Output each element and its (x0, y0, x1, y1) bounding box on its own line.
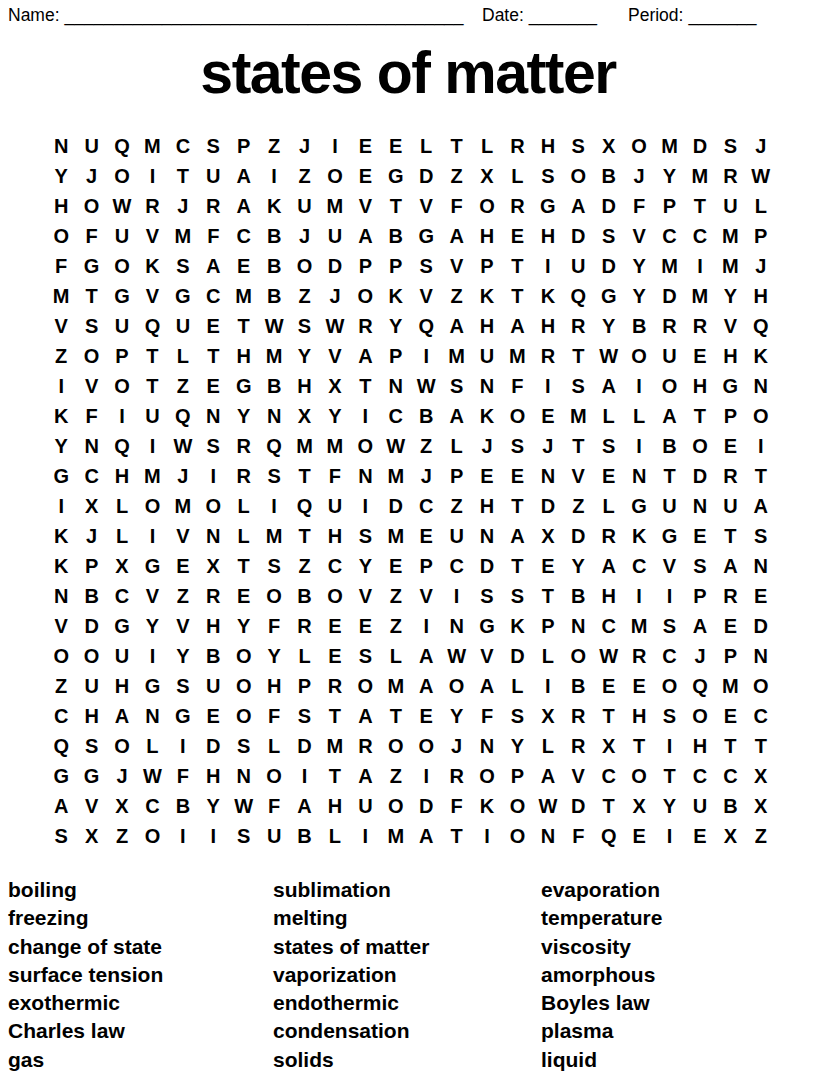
grid-cell-r6-c18: Q (563, 281, 593, 311)
grid-cell-r7-c17: H (533, 311, 563, 341)
grid-cell-r18-c8: Y (259, 641, 289, 671)
grid-cell-r3-c17: G (533, 191, 563, 221)
grid-cell-r18-c16: D (502, 641, 532, 671)
grid-cell-r23-c18: D (563, 791, 593, 821)
grid-cell-r23-c15: K (472, 791, 502, 821)
grid-cell-r12-c3: H (107, 461, 137, 491)
grid-cell-r11-c24: I (746, 431, 776, 461)
grid-cell-r19-c18: B (563, 671, 593, 701)
grid-cell-r1-c19: X (593, 131, 623, 161)
grid-cell-r21-c1: Q (46, 731, 76, 761)
grid-cell-r24-c1: S (46, 821, 76, 851)
grid-cell-r16-c2: B (76, 581, 106, 611)
grid-cell-r16-c10: O (320, 581, 350, 611)
grid-cell-r2-c24: W (746, 161, 776, 191)
grid-cell-r16-c6: R (198, 581, 228, 611)
grid-cell-r9-c14: S (441, 371, 471, 401)
grid-cell-r22-c14: R (441, 761, 471, 791)
grid-cell-r6-c23: Y (715, 281, 745, 311)
grid-cell-r7-c9: S (289, 311, 319, 341)
word-item: change of state (8, 933, 163, 961)
grid-cell-r8-c23: H (715, 341, 745, 371)
grid-cell-r9-c17: I (533, 371, 563, 401)
grid-cell-r15-c21: V (654, 551, 684, 581)
grid-cell-r7-c13: Q (411, 311, 441, 341)
grid-cell-r2-c23: R (715, 161, 745, 191)
grid-cell-r11-c11: O (350, 431, 380, 461)
grid-cell-r11-c23: E (715, 431, 745, 461)
grid-cell-r8-c18: T (563, 341, 593, 371)
grid-cell-r22-c21: T (654, 761, 684, 791)
grid-cell-r22-c3: J (107, 761, 137, 791)
grid-cell-r11-c15: J (472, 431, 502, 461)
grid-cell-r4-c3: U (107, 221, 137, 251)
grid-cell-r6-c13: V (411, 281, 441, 311)
grid-cell-r5-c6: A (198, 251, 228, 281)
grid-cell-r19-c3: H (107, 671, 137, 701)
grid-cell-r13-c9: Q (289, 491, 319, 521)
grid-cell-r7-c18: R (563, 311, 593, 341)
grid-cell-r15-c16: T (502, 551, 532, 581)
grid-cell-r18-c12: L (381, 641, 411, 671)
grid-cell-r5-c5: S (168, 251, 198, 281)
grid-cell-r13-c7: L (228, 491, 258, 521)
grid-cell-r7-c12: Y (381, 311, 411, 341)
grid-cell-r18-c15: V (472, 641, 502, 671)
grid-cell-r18-c23: P (715, 641, 745, 671)
grid-cell-r17-c20: M (624, 611, 654, 641)
word-item: sublimation (273, 876, 429, 904)
grid-cell-r17-c11: E (350, 611, 380, 641)
grid-cell-r24-c8: U (259, 821, 289, 851)
grid-cell-r19-c21: O (654, 671, 684, 701)
grid-cell-r16-c14: I (441, 581, 471, 611)
grid-cell-r7-c16: A (502, 311, 532, 341)
grid-cell-r20-c10: T (320, 701, 350, 731)
word-list-column-2: sublimationmeltingstates of mattervapori… (273, 876, 429, 1074)
grid-cell-r16-c9: B (289, 581, 319, 611)
grid-cell-r16-c8: O (259, 581, 289, 611)
grid-cell-r15-c11: Y (350, 551, 380, 581)
grid-cell-r10-c2: F (76, 401, 106, 431)
grid-cell-r5-c14: V (441, 251, 471, 281)
grid-cell-r17-c6: H (198, 611, 228, 641)
grid-cell-r18-c10: E (320, 641, 350, 671)
grid-cell-r21-c8: L (259, 731, 289, 761)
grid-cell-r11-c4: I (137, 431, 167, 461)
grid-cell-r14-c5: V (168, 521, 198, 551)
grid-cell-r2-c9: Z (289, 161, 319, 191)
grid-cell-r1-c14: T (441, 131, 471, 161)
grid-cell-r3-c11: V (350, 191, 380, 221)
grid-cell-r17-c18: N (563, 611, 593, 641)
grid-cell-r24-c18: F (563, 821, 593, 851)
grid-cell-r13-c8: I (259, 491, 289, 521)
grid-cell-r16-c24: E (746, 581, 776, 611)
grid-cell-r19-c22: Q (685, 671, 715, 701)
grid-cell-r3-c9: U (289, 191, 319, 221)
grid-cell-r24-c23: X (715, 821, 745, 851)
grid-cell-r8-c11: A (350, 341, 380, 371)
grid-cell-r11-c10: M (320, 431, 350, 461)
grid-cell-r10-c1: K (46, 401, 76, 431)
grid-cell-r24-c9: B (289, 821, 319, 851)
grid-cell-r14-c2: J (76, 521, 106, 551)
grid-cell-r10-c16: O (502, 401, 532, 431)
grid-cell-r22-c5: F (168, 761, 198, 791)
grid-cell-r18-c13: A (411, 641, 441, 671)
grid-cell-r24-c10: L (320, 821, 350, 851)
grid-cell-r1-c5: C (168, 131, 198, 161)
grid-cell-r14-c12: M (381, 521, 411, 551)
grid-cell-r21-c17: L (533, 731, 563, 761)
grid-cell-r10-c12: C (381, 401, 411, 431)
grid-cell-r15-c14: C (441, 551, 471, 581)
grid-cell-r23-c1: A (46, 791, 76, 821)
grid-cell-r18-c24: N (746, 641, 776, 671)
grid-cell-r22-c19: C (593, 761, 623, 791)
grid-cell-r6-c21: D (654, 281, 684, 311)
grid-cell-r4-c23: M (715, 221, 745, 251)
grid-cell-r14-c3: L (107, 521, 137, 551)
grid-cell-r7-c22: R (685, 311, 715, 341)
grid-cell-r17-c12: Z (381, 611, 411, 641)
grid-cell-r19-c13: A (411, 671, 441, 701)
grid-cell-r17-c2: D (76, 611, 106, 641)
grid-cell-r24-c24: Z (746, 821, 776, 851)
word-item: boiling (8, 876, 163, 904)
grid-cell-r22-c17: A (533, 761, 563, 791)
grid-cell-r22-c8: O (259, 761, 289, 791)
grid-cell-r5-c24: J (746, 251, 776, 281)
word-item: solids (273, 1046, 429, 1074)
grid-cell-r21-c6: D (198, 731, 228, 761)
grid-cell-r2-c21: Y (654, 161, 684, 191)
grid-cell-r9-c4: T (137, 371, 167, 401)
grid-cell-r2-c20: J (624, 161, 654, 191)
grid-cell-r5-c10: D (320, 251, 350, 281)
grid-cell-r22-c24: X (746, 761, 776, 791)
grid-cell-r7-c20: B (624, 311, 654, 341)
grid-cell-r14-c17: X (533, 521, 563, 551)
grid-cell-r9-c1: I (46, 371, 76, 401)
grid-cell-r6-c10: J (320, 281, 350, 311)
grid-cell-r10-c3: I (107, 401, 137, 431)
grid-cell-r12-c4: M (137, 461, 167, 491)
grid-cell-r7-c2: S (76, 311, 106, 341)
grid-cell-r15-c7: T (228, 551, 258, 581)
grid-cell-r15-c13: P (411, 551, 441, 581)
grid-cell-r4-c1: O (46, 221, 76, 251)
word-item: freezing (8, 904, 163, 932)
grid-cell-r20-c3: A (107, 701, 137, 731)
grid-cell-r17-c19: C (593, 611, 623, 641)
grid-cell-r15-c9: Z (289, 551, 319, 581)
grid-cell-r17-c15: G (472, 611, 502, 641)
grid-cell-r23-c13: D (411, 791, 441, 821)
grid-cell-r23-c2: V (76, 791, 106, 821)
grid-cell-r23-c12: O (381, 791, 411, 821)
grid-cell-r19-c16: L (502, 671, 532, 701)
grid-cell-r12-c6: I (198, 461, 228, 491)
grid-cell-r14-c14: U (441, 521, 471, 551)
grid-cell-r14-c15: N (472, 521, 502, 551)
grid-cell-r1-c7: P (228, 131, 258, 161)
grid-cell-r15-c15: D (472, 551, 502, 581)
grid-cell-r22-c15: O (472, 761, 502, 791)
date-blank-line: _______ (529, 5, 597, 25)
grid-cell-r23-c4: C (137, 791, 167, 821)
grid-cell-r15-c2: P (76, 551, 106, 581)
grid-cell-r9-c10: X (320, 371, 350, 401)
grid-cell-r14-c19: R (593, 521, 623, 551)
grid-cell-r6-c2: T (76, 281, 106, 311)
grid-cell-r24-c19: Q (593, 821, 623, 851)
grid-cell-r7-c23: V (715, 311, 745, 341)
grid-cell-r7-c3: U (107, 311, 137, 341)
grid-cell-r8-c10: V (320, 341, 350, 371)
grid-cell-r10-c5: Q (168, 401, 198, 431)
grid-cell-r17-c10: E (320, 611, 350, 641)
grid-cell-r13-c14: Z (441, 491, 471, 521)
grid-cell-r2-c19: B (593, 161, 623, 191)
word-search-grid: NUQMCSPZJIEELTLRHSXOMDSJYJOITUAIZOEGDZXL… (46, 131, 776, 851)
grid-cell-r16-c18: B (563, 581, 593, 611)
grid-cell-r11-c13: Z (411, 431, 441, 461)
grid-cell-r23-c6: Y (198, 791, 228, 821)
grid-cell-r16-c12: Z (381, 581, 411, 611)
grid-cell-r18-c7: O (228, 641, 258, 671)
grid-cell-r17-c1: V (46, 611, 76, 641)
grid-cell-r10-c10: Y (320, 401, 350, 431)
grid-cell-r11-c7: R (228, 431, 258, 461)
grid-cell-r16-c16: S (502, 581, 532, 611)
grid-cell-r3-c14: F (441, 191, 471, 221)
grid-cell-r14-c16: A (502, 521, 532, 551)
grid-cell-r15-c19: A (593, 551, 623, 581)
grid-cell-r6-c22: M (685, 281, 715, 311)
grid-cell-r23-c24: X (746, 791, 776, 821)
grid-cell-r1-c4: M (137, 131, 167, 161)
grid-cell-r7-c24: Q (746, 311, 776, 341)
grid-cell-r23-c10: H (320, 791, 350, 821)
grid-cell-r10-c7: Y (228, 401, 258, 431)
grid-cell-r14-c1: K (46, 521, 76, 551)
grid-cell-r8-c19: W (593, 341, 623, 371)
grid-cell-r22-c1: G (46, 761, 76, 791)
grid-cell-r4-c18: D (563, 221, 593, 251)
grid-cell-r8-c3: P (107, 341, 137, 371)
grid-cell-r12-c13: J (411, 461, 441, 491)
grid-cell-r23-c20: X (624, 791, 654, 821)
grid-cell-r20-c15: F (472, 701, 502, 731)
grid-cell-r20-c22: O (685, 701, 715, 731)
grid-cell-r15-c6: X (198, 551, 228, 581)
grid-cell-r11-c20: I (624, 431, 654, 461)
grid-cell-r11-c2: N (76, 431, 106, 461)
name-blank-line: ________________________________________… (65, 5, 464, 25)
grid-cell-r21-c14: J (441, 731, 471, 761)
grid-cell-r6-c7: M (228, 281, 258, 311)
grid-cell-r21-c12: O (381, 731, 411, 761)
grid-cell-r23-c9: A (289, 791, 319, 821)
grid-cell-r9-c8: B (259, 371, 289, 401)
grid-cell-r6-c9: Z (289, 281, 319, 311)
grid-cell-r6-c16: T (502, 281, 532, 311)
grid-cell-r18-c3: U (107, 641, 137, 671)
grid-cell-r5-c8: B (259, 251, 289, 281)
grid-cell-r19-c20: E (624, 671, 654, 701)
grid-cell-r6-c15: K (472, 281, 502, 311)
grid-cell-r1-c2: U (76, 131, 106, 161)
grid-cell-r20-c23: E (715, 701, 745, 731)
grid-cell-r6-c1: M (46, 281, 76, 311)
grid-cell-r21-c21: I (654, 731, 684, 761)
grid-cell-r23-c16: O (502, 791, 532, 821)
grid-cell-r9-c23: G (715, 371, 745, 401)
grid-cell-r5-c7: E (228, 251, 258, 281)
grid-cell-r13-c21: U (654, 491, 684, 521)
grid-cell-r3-c8: K (259, 191, 289, 221)
grid-cell-r4-c19: S (593, 221, 623, 251)
grid-cell-r5-c19: D (593, 251, 623, 281)
grid-cell-r3-c23: U (715, 191, 745, 221)
grid-cell-r19-c4: G (137, 671, 167, 701)
grid-cell-r5-c2: G (76, 251, 106, 281)
grid-cell-r24-c13: A (411, 821, 441, 851)
grid-cell-r23-c14: F (441, 791, 471, 821)
grid-cell-r6-c19: G (593, 281, 623, 311)
grid-cell-r2-c14: Z (441, 161, 471, 191)
grid-cell-r6-c4: V (137, 281, 167, 311)
grid-cell-r10-c23: P (715, 401, 745, 431)
grid-cell-r14-c4: I (137, 521, 167, 551)
grid-cell-r1-c24: J (746, 131, 776, 161)
word-item: Charles law (8, 1017, 163, 1045)
grid-cell-r9-c22: H (685, 371, 715, 401)
grid-cell-r5-c9: O (289, 251, 319, 281)
grid-cell-r4-c13: G (411, 221, 441, 251)
grid-cell-r16-c15: S (472, 581, 502, 611)
grid-cell-r18-c2: O (76, 641, 106, 671)
grid-cell-r5-c4: K (137, 251, 167, 281)
grid-cell-r21-c16: Y (502, 731, 532, 761)
grid-cell-r3-c7: A (228, 191, 258, 221)
grid-cell-r16-c4: V (137, 581, 167, 611)
grid-cell-r11-c9: M (289, 431, 319, 461)
grid-cell-r14-c22: E (685, 521, 715, 551)
grid-cell-r3-c2: O (76, 191, 106, 221)
grid-cell-r17-c16: K (502, 611, 532, 641)
grid-cell-r20-c24: C (746, 701, 776, 731)
word-item: Boyles law (541, 989, 662, 1017)
grid-cell-r3-c24: L (746, 191, 776, 221)
grid-cell-r7-c14: A (441, 311, 471, 341)
grid-cell-r2-c18: O (563, 161, 593, 191)
grid-cell-r24-c6: I (198, 821, 228, 851)
word-item: viscosity (541, 933, 662, 961)
grid-cell-r19-c9: P (289, 671, 319, 701)
grid-cell-r19-c2: U (76, 671, 106, 701)
grid-cell-r9-c19: A (593, 371, 623, 401)
grid-cell-r3-c18: A (563, 191, 593, 221)
grid-cell-r6-c20: Y (624, 281, 654, 311)
grid-cell-r20-c19: T (593, 701, 623, 731)
grid-cell-r23-c5: B (168, 791, 198, 821)
grid-cell-r18-c6: B (198, 641, 228, 671)
grid-cell-r24-c15: I (472, 821, 502, 851)
grid-cell-r24-c14: T (441, 821, 471, 851)
grid-cell-r17-c24: D (746, 611, 776, 641)
word-item: amorphous (541, 961, 662, 989)
grid-cell-r1-c11: E (350, 131, 380, 161)
grid-cell-r7-c8: W (259, 311, 289, 341)
grid-cell-r21-c23: T (715, 731, 745, 761)
grid-cell-r4-c10: U (320, 221, 350, 251)
grid-cell-r7-c1: V (46, 311, 76, 341)
grid-cell-r12-c20: N (624, 461, 654, 491)
grid-cell-r15-c10: C (320, 551, 350, 581)
grid-cell-r20-c2: H (76, 701, 106, 731)
grid-cell-r20-c20: H (624, 701, 654, 731)
grid-cell-r11-c17: J (533, 431, 563, 461)
grid-cell-r11-c5: W (168, 431, 198, 461)
grid-cell-r8-c15: U (472, 341, 502, 371)
grid-cell-r19-c8: H (259, 671, 289, 701)
grid-cell-r18-c4: I (137, 641, 167, 671)
grid-cell-r13-c24: A (746, 491, 776, 521)
grid-cell-r21-c3: O (107, 731, 137, 761)
grid-cell-r2-c8: I (259, 161, 289, 191)
grid-cell-r8-c17: R (533, 341, 563, 371)
grid-cell-r16-c7: E (228, 581, 258, 611)
grid-cell-r21-c13: O (411, 731, 441, 761)
grid-cell-r16-c23: R (715, 581, 745, 611)
grid-cell-r12-c23: R (715, 461, 745, 491)
grid-cell-r7-c21: R (654, 311, 684, 341)
grid-cell-r9-c16: F (502, 371, 532, 401)
grid-cell-r14-c24: S (746, 521, 776, 551)
grid-cell-r20-c21: S (654, 701, 684, 731)
grid-cell-r1-c16: R (502, 131, 532, 161)
grid-cell-r5-c21: M (654, 251, 684, 281)
grid-cell-r2-c15: X (472, 161, 502, 191)
grid-cell-r3-c20: F (624, 191, 654, 221)
grid-cell-r17-c3: G (107, 611, 137, 641)
grid-cell-r20-c5: G (168, 701, 198, 731)
grid-cell-r8-c1: Z (46, 341, 76, 371)
grid-cell-r13-c11: I (350, 491, 380, 521)
grid-cell-r15-c23: A (715, 551, 745, 581)
grid-cell-r19-c23: M (715, 671, 745, 701)
grid-cell-r12-c22: D (685, 461, 715, 491)
grid-cell-r4-c2: F (76, 221, 106, 251)
grid-cell-r20-c13: E (411, 701, 441, 731)
grid-cell-r9-c2: V (76, 371, 106, 401)
grid-cell-r8-c24: K (746, 341, 776, 371)
grid-cell-r24-c12: M (381, 821, 411, 851)
grid-cell-r4-c5: M (168, 221, 198, 251)
grid-cell-r23-c23: B (715, 791, 745, 821)
grid-cell-r16-c13: V (411, 581, 441, 611)
grid-cell-r22-c4: W (137, 761, 167, 791)
grid-cell-r8-c5: L (168, 341, 198, 371)
grid-cell-r17-c23: E (715, 611, 745, 641)
grid-cell-r11-c18: T (563, 431, 593, 461)
grid-cell-r24-c11: I (350, 821, 380, 851)
grid-cell-r20-c4: N (137, 701, 167, 731)
grid-cell-r22-c22: C (685, 761, 715, 791)
